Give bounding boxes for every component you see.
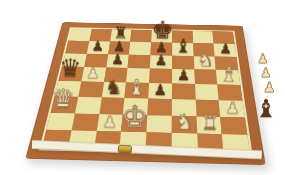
captured-white-pawn: ♟ [260,66,272,79]
square-b8[interactable] [89,29,111,41]
black-pawn-piece: ♟ [148,82,172,98]
square-c2[interactable]: ♟ [96,114,123,132]
white-pawn-piece: ♟ [81,66,104,81]
square-a5[interactable]: ♛ [58,67,83,82]
square-b2[interactable] [71,113,99,131]
square-e4[interactable]: ♟ [148,83,172,99]
square-a3[interactable]: ♛ [51,96,78,113]
square-f5[interactable]: ♟ [172,69,195,84]
white-bishop-piece: ♝ [125,77,149,98]
square-g6[interactable]: ♞ [193,56,216,70]
black-pawn-piece: ♟ [172,68,195,84]
square-a7[interactable] [65,40,89,53]
square-b5[interactable]: ♟ [81,67,106,82]
square-g4[interactable] [195,84,219,100]
square-a6[interactable] [62,53,87,67]
square-f7[interactable]: ♝ [172,43,193,56]
square-d7[interactable] [129,42,151,55]
square-d5[interactable] [126,68,149,83]
black-pawn-piece: ♟ [215,42,237,57]
black-rook-piece: ♜ [110,24,131,41]
white-pawn-piece: ♟ [220,100,245,117]
black-pawn-piece: ♟ [108,39,130,54]
square-g2[interactable]: ♜ [196,116,222,134]
square-b7[interactable]: ♟ [87,41,110,54]
square-f8[interactable] [172,30,193,43]
square-c8[interactable]: ♜ [110,29,132,41]
square-e5[interactable] [149,69,172,84]
square-c3[interactable] [99,97,125,114]
square-h6[interactable] [215,56,238,70]
square-c5[interactable] [104,68,128,83]
square-b3[interactable] [75,97,102,114]
square-g3[interactable] [195,100,220,117]
square-d2[interactable]: ♚ [121,114,147,132]
square-c4[interactable]: ♞ [101,82,126,98]
square-b4[interactable] [78,81,104,97]
square-g8[interactable] [192,31,213,44]
photo-background: ♜♚♟♟♟♝♟♟♟♞♛♟♟♝♞♝♟♛♟♟♚♞♜ ♟♟♟♝ [0,0,285,175]
captured-black-bishop: ♝ [255,96,277,121]
black-pawn-piece: ♟ [150,53,172,68]
brass-clasp-icon [118,145,132,154]
white-rook-piece: ♜ [197,113,223,134]
square-e7[interactable]: ♟ [150,42,171,55]
square-h3[interactable]: ♟ [219,100,245,117]
square-f3[interactable] [172,99,196,116]
square-e8[interactable]: ♚ [151,30,172,43]
square-g5[interactable] [194,70,217,85]
square-h5[interactable]: ♝ [216,70,240,85]
square-c7[interactable]: ♟ [108,41,131,54]
square-c6[interactable]: ♟ [106,54,129,68]
black-bishop-piece: ♝ [172,36,194,55]
square-e3[interactable] [147,98,171,115]
square-h8[interactable] [213,31,235,44]
captured-white-pawn: ♟ [263,80,276,94]
square-d6[interactable] [128,54,151,68]
square-h2[interactable] [220,117,247,135]
black-pawn-piece: ♟ [106,52,128,67]
square-f4[interactable] [172,84,196,100]
square-e2[interactable] [146,115,171,133]
square-f2[interactable]: ♞ [172,115,197,133]
square-a4[interactable] [55,81,81,97]
square-b6[interactable] [84,54,108,68]
black-king-piece: ♚ [151,17,172,42]
square-d8[interactable] [130,30,151,42]
square-h7[interactable]: ♟ [214,43,237,56]
white-pawn-piece: ♟ [96,114,121,131]
square-a8[interactable] [68,28,91,40]
square-g7[interactable] [193,43,215,56]
captured-white-pawn: ♟ [257,52,269,65]
square-h4[interactable] [217,85,242,101]
board-grid: ♜♚♟♟♟♝♟♟♟♞♛♟♟♝♞♝♟♛♟♟♚♞♜ [39,27,253,156]
square-d4[interactable]: ♝ [125,82,149,98]
square-e6[interactable]: ♟ [150,55,172,69]
black-pawn-piece: ♟ [151,40,173,55]
square-d3[interactable] [123,98,148,115]
square-f6[interactable] [172,55,194,69]
black-pawn-piece: ♟ [87,39,109,53]
captured-pieces-tray: ♟♟♟♝ [251,48,285,158]
square-a2[interactable] [46,112,74,130]
